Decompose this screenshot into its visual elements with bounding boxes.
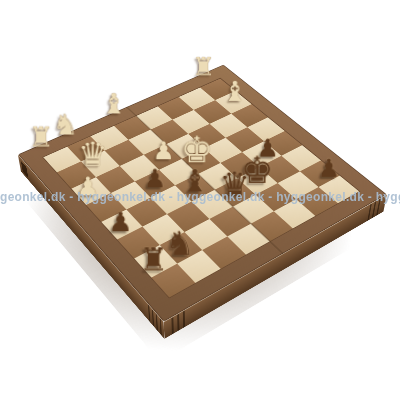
side-groove — [177, 314, 179, 332]
side-groove — [156, 314, 158, 332]
rook-glyph: ♜ — [29, 123, 53, 150]
product-photo-stage: ♜♝♟♟♚♚♛♝♟♝♟♞♛♞♜♟♟♜ geonkel.dk - hyggeonk… — [0, 0, 400, 400]
rook-glyph: ♜ — [140, 243, 168, 274]
pawn-glyph: ♟ — [144, 166, 167, 191]
bishop-glyph: ♝ — [101, 90, 126, 118]
pawn-glyph: ♟ — [152, 139, 174, 164]
side-groove — [152, 309, 154, 327]
knight-glyph: ♞ — [165, 227, 195, 260]
side-groove — [148, 305, 150, 323]
rook-glyph: ♜ — [193, 54, 215, 79]
side-groove — [160, 318, 162, 336]
queen-glyph: ♛ — [78, 138, 108, 171]
knight-glyph: ♞ — [52, 111, 78, 140]
side-groove — [183, 311, 185, 329]
watermark-text: geonkel.dk - hyggeonkel.dk - hyggeonkel.… — [0, 190, 400, 207]
side-groove — [171, 317, 173, 335]
pawn-glyph: ♟ — [317, 156, 339, 181]
pawn-glyph: ♟ — [109, 209, 133, 236]
bishop-glyph: ♝ — [222, 78, 247, 106]
